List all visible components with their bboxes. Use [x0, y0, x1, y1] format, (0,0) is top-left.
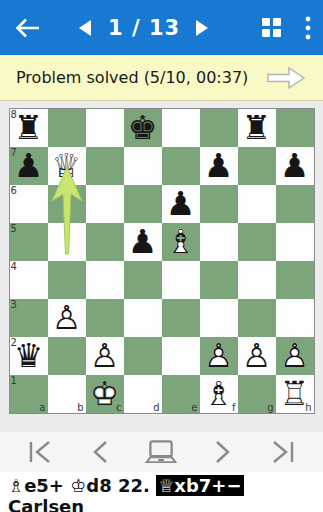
square-b5[interactable]	[48, 223, 86, 261]
square-f1[interactable]: f♝♗	[200, 375, 238, 413]
highlighted-move[interactable]: ♕xb7+−	[156, 475, 243, 496]
square-h5[interactable]	[276, 223, 314, 261]
block-arrow-right-icon	[265, 65, 307, 91]
overflow-menu-button[interactable]	[305, 16, 311, 40]
square-a6[interactable]: 6	[10, 185, 48, 223]
square-h1[interactable]: h♜♖	[276, 375, 314, 413]
previous-move-button[interactable]	[78, 435, 122, 469]
square-b8[interactable]	[48, 109, 86, 147]
file-label-b: b	[77, 403, 83, 413]
square-h7[interactable]: ♟	[276, 147, 314, 185]
black-rook: ♜	[238, 109, 276, 147]
previous-problem-button[interactable]	[78, 19, 93, 37]
grid-view-button[interactable]	[262, 18, 281, 37]
square-g8[interactable]: ♜	[238, 109, 276, 147]
problem-pager: 1 / 13	[78, 0, 210, 55]
moves-before-highlight: ♗e5+ ♔d8 22.	[8, 475, 156, 496]
white-pawn: ♟♙	[86, 337, 124, 375]
square-b1[interactable]: b	[48, 375, 86, 413]
square-g4[interactable]	[238, 261, 276, 299]
square-b7[interactable]: ♛♕	[48, 147, 86, 185]
square-f2[interactable]: ♟♙	[200, 337, 238, 375]
rank-label-7: 7	[11, 148, 17, 158]
rank-label-5: 5	[11, 224, 17, 234]
back-arrow-icon	[13, 16, 41, 40]
square-h4[interactable]	[276, 261, 314, 299]
white-bishop: ♝♗	[162, 223, 200, 261]
show-on-board-button[interactable]	[139, 435, 183, 469]
square-c2[interactable]: ♟♙	[86, 337, 124, 375]
square-c1[interactable]: c♚♔	[86, 375, 124, 413]
square-c3[interactable]	[86, 299, 124, 337]
back-button[interactable]	[10, 11, 44, 45]
square-d4[interactable]	[124, 261, 162, 299]
square-a8[interactable]: 8♜	[10, 109, 48, 147]
square-d8[interactable]: ♚	[124, 109, 162, 147]
file-label-h: h	[305, 403, 311, 413]
square-e4[interactable]	[162, 261, 200, 299]
rank-label-1: 1	[11, 376, 17, 386]
chess-board: 8♜♚♜7♟♛♕♟♟6♟5♟♝♗43♟♙2♛♟♙♟♙♟♙♟♙1abc♚♔def♝…	[9, 108, 315, 414]
next-triangle-icon	[195, 19, 209, 37]
square-b3[interactable]: ♟♙	[48, 299, 86, 337]
square-e2[interactable]	[162, 337, 200, 375]
square-e7[interactable]	[162, 147, 200, 185]
chevron-right-icon	[209, 437, 237, 467]
square-f3[interactable]	[200, 299, 238, 337]
square-d2[interactable]	[124, 337, 162, 375]
square-c6[interactable]	[86, 185, 124, 223]
go-to-start-button[interactable]	[17, 435, 61, 469]
file-label-d: d	[153, 403, 159, 413]
white-pawn: ♟♙	[238, 337, 276, 375]
square-c5[interactable]	[86, 223, 124, 261]
chevron-left-icon	[86, 437, 114, 467]
square-g5[interactable]	[238, 223, 276, 261]
square-e6[interactable]: ♟	[162, 185, 200, 223]
square-a1[interactable]: 1a	[10, 375, 48, 413]
square-f7[interactable]: ♟	[200, 147, 238, 185]
file-label-e: e	[191, 403, 197, 413]
file-label-c: c	[116, 403, 122, 413]
laptop-icon	[144, 437, 178, 467]
square-d1[interactable]: d	[124, 375, 162, 413]
app-bar: 1 / 13	[0, 0, 323, 55]
square-g2[interactable]: ♟♙	[238, 337, 276, 375]
square-b4[interactable]	[48, 261, 86, 299]
skip-to-end-icon	[270, 437, 298, 467]
square-b6[interactable]	[48, 185, 86, 223]
square-b2[interactable]	[48, 337, 86, 375]
black-king: ♚	[124, 109, 162, 147]
square-e3[interactable]	[162, 299, 200, 337]
status-message: Problem solved (5/10, 00:37)	[16, 68, 248, 87]
square-a7[interactable]: 7♟	[10, 147, 48, 185]
square-g1[interactable]: g	[238, 375, 276, 413]
square-c4[interactable]	[86, 261, 124, 299]
go-to-end-button[interactable]	[262, 435, 306, 469]
square-a4[interactable]: 4	[10, 261, 48, 299]
square-f4[interactable]	[200, 261, 238, 299]
white-pawn: ♟♙	[48, 299, 86, 337]
grid-icon	[262, 18, 281, 37]
status-bar: Problem solved (5/10, 00:37)	[0, 55, 323, 101]
next-problem-button[interactable]	[195, 19, 210, 37]
rank-label-8: 8	[11, 110, 17, 120]
app-bar-actions	[262, 0, 311, 55]
rank-label-4: 4	[11, 262, 17, 272]
square-h2[interactable]: ♟♙	[276, 337, 314, 375]
square-h3[interactable]	[276, 299, 314, 337]
white-pawn: ♟♙	[276, 337, 314, 375]
rank-label-2: 2	[11, 338, 17, 348]
white-queen: ♛♕	[48, 147, 86, 185]
square-c8[interactable]	[86, 109, 124, 147]
black-pawn: ♟	[200, 147, 238, 185]
square-f6[interactable]	[200, 185, 238, 223]
file-label-f: f	[232, 403, 236, 413]
problem-counter: 1 / 13	[108, 16, 180, 40]
square-g3[interactable]	[238, 299, 276, 337]
app-screen: 1 / 13	[0, 0, 323, 512]
square-a2[interactable]: 2♛	[10, 337, 48, 375]
square-g6[interactable]	[238, 185, 276, 223]
three-dots-icon	[305, 16, 311, 40]
square-d5[interactable]: ♟	[124, 223, 162, 261]
moves-after-highlight: Carlsen	[8, 496, 84, 512]
square-d7[interactable]	[124, 147, 162, 185]
white-pawn: ♟♙	[200, 337, 238, 375]
square-d3[interactable]	[124, 299, 162, 337]
square-h8[interactable]	[276, 109, 314, 147]
square-e5[interactable]: ♝♗	[162, 223, 200, 261]
previous-triangle-icon	[78, 19, 92, 37]
square-a3[interactable]: 3	[10, 299, 48, 337]
file-label-a: a	[39, 403, 45, 413]
skip-to-start-icon	[25, 437, 53, 467]
square-c7[interactable]	[86, 147, 124, 185]
square-f5[interactable]	[200, 223, 238, 261]
black-pawn: ♟	[162, 185, 200, 223]
square-d6[interactable]	[124, 185, 162, 223]
square-a5[interactable]: 5	[10, 223, 48, 261]
square-f8[interactable]	[200, 109, 238, 147]
black-pawn: ♟	[124, 223, 162, 261]
square-g7[interactable]	[238, 147, 276, 185]
rank-label-6: 6	[11, 186, 17, 196]
move-navigation-bar	[0, 432, 323, 472]
rank-label-3: 3	[11, 300, 17, 310]
next-problem-arrow-button[interactable]	[265, 65, 307, 91]
square-e1[interactable]: e	[162, 375, 200, 413]
move-list[interactable]: ♗e5+ ♔d8 22. ♕xb7+− Carlsen Magnus (NOR)…	[0, 472, 323, 512]
file-label-g: g	[267, 403, 273, 413]
next-move-button[interactable]	[201, 435, 245, 469]
square-e8[interactable]	[162, 109, 200, 147]
square-h6[interactable]	[276, 185, 314, 223]
board-area: 8♜♚♜7♟♛♕♟♟6♟5♟♝♗43♟♙2♛♟♙♟♙♟♙♟♙1abc♚♔def♝…	[0, 101, 323, 432]
black-pawn: ♟	[276, 147, 314, 185]
